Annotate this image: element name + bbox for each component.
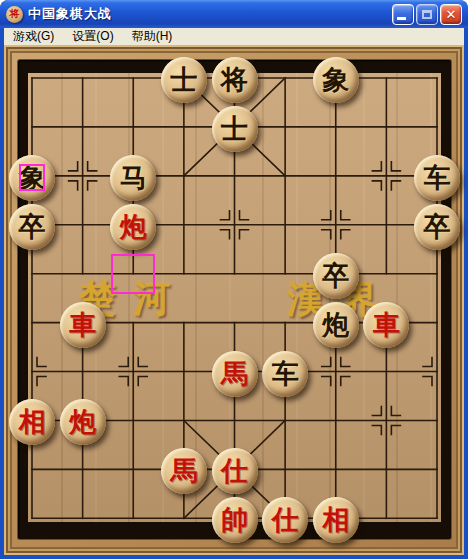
piece-black-advisor[interactable]: 士 (161, 57, 207, 103)
maximize-icon (422, 10, 432, 19)
selected-piece-highlight (19, 164, 45, 191)
menu-item-settings[interactable]: 设置(O) (63, 27, 122, 46)
piece-black-chariot[interactable]: 车 (262, 351, 308, 397)
piece-black-pawn[interactable]: 卒 (414, 204, 460, 250)
piece-red-chariot[interactable]: 車 (60, 302, 106, 348)
piece-black-elephant[interactable]: 象 (313, 57, 359, 103)
close-icon: ✕ (446, 8, 457, 21)
close-button[interactable]: ✕ (440, 4, 462, 25)
piece-black-pawn[interactable]: 卒 (313, 253, 359, 299)
app-window: 将 中国象棋大战 ✕ 游戏(G) 设置(O) 帮助(H) 楚河 漢界 士将象士象… (0, 0, 468, 559)
window-controls: ✕ (392, 4, 462, 25)
piece-black-cannon[interactable]: 炮 (313, 302, 359, 348)
maximize-button[interactable] (416, 4, 438, 25)
piece-red-chariot[interactable]: 車 (363, 302, 409, 348)
piece-red-horse[interactable]: 馬 (161, 448, 207, 494)
app-icon-char: 将 (10, 9, 20, 19)
piece-black-chariot[interactable]: 车 (414, 155, 460, 201)
piece-red-general[interactable]: 帥 (212, 497, 258, 543)
piece-black-advisor[interactable]: 士 (212, 106, 258, 152)
piece-red-elephant[interactable]: 相 (313, 497, 359, 543)
cursor-square-highlight (111, 254, 155, 294)
piece-red-advisor[interactable]: 仕 (212, 448, 258, 494)
title-bar: 将 中国象棋大战 ✕ (0, 0, 468, 28)
minimize-icon (397, 17, 406, 20)
app-icon: 将 (6, 6, 23, 23)
piece-black-pawn[interactable]: 卒 (9, 204, 55, 250)
minimize-button[interactable] (392, 4, 414, 25)
window-title: 中国象棋大战 (28, 5, 112, 23)
piece-red-horse[interactable]: 馬 (212, 351, 258, 397)
menu-bar: 游戏(G) 设置(O) 帮助(H) (4, 28, 464, 45)
piece-black-horse[interactable]: 马 (110, 155, 156, 201)
piece-red-cannon[interactable]: 炮 (60, 399, 106, 445)
menu-item-game[interactable]: 游戏(G) (4, 27, 63, 46)
xiangqi-board[interactable]: 楚河 漢界 士将象士象马车卒卒卒炮车炮車車馬相炮馬仕帥仕相 (4, 45, 464, 555)
piece-black-general[interactable]: 将 (212, 57, 258, 103)
menu-item-help[interactable]: 帮助(H) (123, 27, 182, 46)
piece-red-cannon[interactable]: 炮 (110, 204, 156, 250)
